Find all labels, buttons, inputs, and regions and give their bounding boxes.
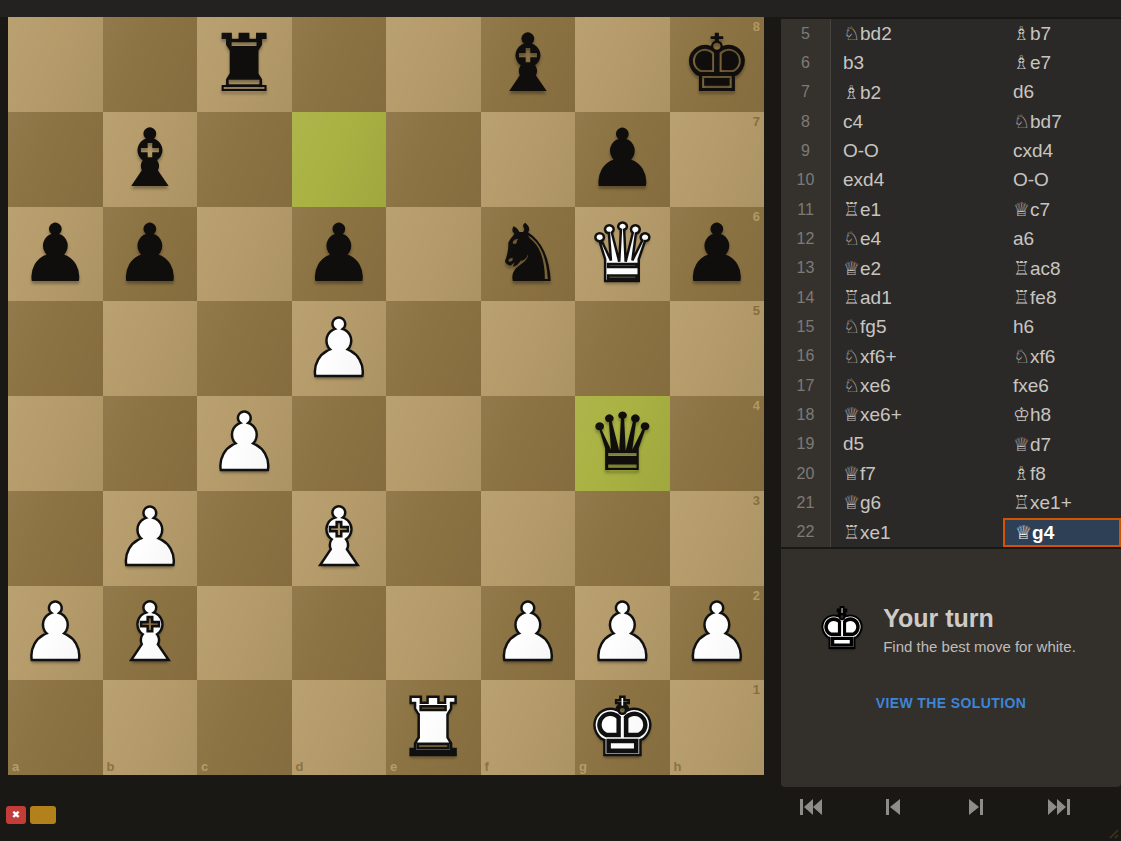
white-pawn-c4[interactable]: ♟ [197,396,292,491]
close-icon: ✖ [12,809,20,820]
your-turn-panel: ♚ Your turn Find the best move for white… [781,549,1121,787]
move-row-9: 9O-Ocxd4 [781,136,1121,165]
square-e8[interactable] [386,17,481,112]
square-f8[interactable]: ♝ [481,17,576,112]
your-turn-text: Your turn Find the best move for white. [883,603,1076,655]
move-row-18: 18♕xe6+♔h8 [781,400,1121,429]
first-move-button[interactable] [794,797,828,817]
move-8-white[interactable]: c4 [831,107,1003,136]
square-e6[interactable] [386,207,481,302]
square-e5[interactable] [386,301,481,396]
white-pawn-h2[interactable]: ♟ [670,586,765,681]
square-a3[interactable] [8,491,103,586]
move-number-10: 10 [781,166,831,195]
square-c3[interactable] [197,491,292,586]
coord-file-f: f [485,759,489,774]
move-row-12: 12♘e4a6 [781,224,1121,253]
square-b2[interactable]: ♝ [103,586,198,681]
your-turn-subtext: Find the best move for white. [883,638,1076,655]
move-row-7: 7♗b2d6 [781,78,1121,107]
move-21-black[interactable]: ♖xe1+ [1003,488,1121,517]
top-bar [0,0,1121,17]
square-c5[interactable] [197,301,292,396]
move-number-15: 15 [781,312,831,341]
square-b5[interactable] [103,301,198,396]
move-row-15: 15♘fg5h6 [781,312,1121,341]
move-9-black[interactable]: cxd4 [1003,136,1121,165]
move-12-black[interactable]: a6 [1003,224,1121,253]
square-g4[interactable]: ♛ [575,396,670,491]
square-d1[interactable]: d [292,680,387,775]
coord-rank-3: 3 [753,493,760,508]
square-c7[interactable] [197,112,292,207]
square-b4[interactable] [103,396,198,491]
your-turn-heading: Your turn [883,603,1076,633]
white-pawn-a2[interactable]: ♟ [8,586,103,681]
black-knight-f6[interactable]: ♞ [481,207,576,302]
move-6-white[interactable]: b3 [831,48,1003,77]
move-number-17: 17 [781,371,831,400]
move-row-17: 17♘xe6fxe6 [781,371,1121,400]
move-19-black[interactable]: ♕d7 [1003,430,1121,459]
coord-file-c: c [201,759,208,774]
square-h1[interactable]: 1h [670,680,765,775]
move-number-21: 21 [781,488,831,517]
move-21-white[interactable]: ♕g6 [831,488,1003,517]
move-12-white[interactable]: ♘e4 [831,224,1003,253]
move-20-white[interactable]: ♕f7 [831,459,1003,488]
square-g2[interactable]: ♟ [575,586,670,681]
white-king-g1[interactable]: ♚ [575,680,670,775]
square-d5[interactable]: ♟ [292,301,387,396]
square-b7[interactable]: ♝ [103,112,198,207]
move-20-black[interactable]: ♗f8 [1003,459,1121,488]
square-g7[interactable]: ♟ [575,112,670,207]
flag-button[interactable] [30,806,56,824]
square-a1[interactable]: a [8,680,103,775]
white-pawn-f2[interactable]: ♟ [481,586,576,681]
move-row-16: 16♘xf6+♘xf6 [781,342,1121,371]
square-h4[interactable]: 4 [670,396,765,491]
move-number-16: 16 [781,342,831,371]
black-pawn-h6[interactable]: ♟ [670,207,765,302]
move-row-19: 19d5♕d7 [781,430,1121,459]
move-22-white[interactable]: ♖xe1 [831,518,1003,547]
square-f7[interactable] [481,112,576,207]
move-10-white[interactable]: exd4 [831,166,1003,195]
move-list: 5♘bd2♗b76b3♗e77♗b2d68c4♘bd79O-Ocxd410exd… [781,19,1121,547]
coord-file-a: a [12,759,19,774]
white-pawn-b3[interactable]: ♟ [103,491,198,586]
white-bishop-b2[interactable]: ♝ [103,586,198,681]
coord-rank-7: 7 [753,114,760,129]
first-move-icon [800,799,822,815]
previous-move-icon [886,799,901,815]
move-number-7: 7 [781,78,831,107]
square-f4[interactable] [481,396,576,491]
move-number-12: 12 [781,224,831,253]
square-f6[interactable]: ♞ [481,207,576,302]
move-15-black[interactable]: h6 [1003,312,1121,341]
move-row-13: 13♕e2♖ac8 [781,254,1121,283]
square-b3[interactable]: ♟ [103,491,198,586]
move-row-10: 10exd4O-O [781,166,1121,195]
black-king-h8[interactable]: ♚ [670,17,765,112]
square-f2[interactable]: ♟ [481,586,576,681]
move-number-19: 19 [781,430,831,459]
square-a4[interactable] [8,396,103,491]
square-f5[interactable] [481,301,576,396]
move-number-14: 14 [781,283,831,312]
move-number-11: 11 [781,195,831,224]
previous-move-button[interactable] [880,797,907,817]
move-7-white[interactable]: ♗b2 [831,78,1003,107]
black-bishop-b7[interactable]: ♝ [103,112,198,207]
white-queen-g6[interactable]: ♛ [575,207,670,302]
board-resize-handle[interactable] [1105,825,1119,839]
move-16-white[interactable]: ♘xf6+ [831,342,1003,371]
square-h7[interactable]: 7 [670,112,765,207]
square-d7[interactable] [292,112,387,207]
move-number-22: 22 [781,518,831,547]
last-move-button[interactable] [1042,797,1076,817]
square-c8[interactable]: ♜ [197,17,292,112]
move-11-black[interactable]: ♕c7 [1003,195,1121,224]
square-e4[interactable] [386,396,481,491]
move-row-14: 14♖ad1♖fe8 [781,283,1121,312]
move-14-black[interactable]: ♖fe8 [1003,283,1121,312]
square-g1[interactable]: ♚g [575,680,670,775]
square-b6[interactable]: ♟ [103,207,198,302]
coord-file-d: d [296,759,304,774]
square-a8[interactable] [8,17,103,112]
move-9-white[interactable]: O-O [831,136,1003,165]
square-e1[interactable]: ♜e [386,680,481,775]
square-e7[interactable] [386,112,481,207]
move-5-white[interactable]: ♘bd2 [831,19,1003,48]
move-number-20: 20 [781,459,831,488]
view-solution-link[interactable]: VIEW THE SOLUTION [781,695,1121,711]
black-pawn-g7[interactable]: ♟ [575,112,670,207]
square-g5[interactable] [575,301,670,396]
move-18-white[interactable]: ♕xe6+ [831,400,1003,429]
square-a2[interactable]: ♟ [8,586,103,681]
black-rook-c8[interactable]: ♜ [197,17,292,112]
square-a7[interactable] [8,112,103,207]
move-15-white[interactable]: ♘fg5 [831,312,1003,341]
square-d8[interactable] [292,17,387,112]
move-19-white[interactable]: d5 [831,430,1003,459]
square-b1[interactable]: b [103,680,198,775]
last-move-icon [1048,799,1070,815]
black-pawn-d6[interactable]: ♟ [292,207,387,302]
move-number-8: 8 [781,107,831,136]
square-g3[interactable] [575,491,670,586]
board: ♜♝♚8♝♟7♟♟♟♞♛♟6♟5♟♛4♟♝3♟♝♟♟♟2abcd♜ef♚g1h [8,17,764,775]
black-queen-g4[interactable]: ♛ [575,396,670,491]
square-d6[interactable]: ♟ [292,207,387,302]
coord-rank-4: 4 [753,398,760,413]
move-16-black[interactable]: ♘xf6 [1003,342,1121,371]
square-c6[interactable] [197,207,292,302]
square-a6[interactable]: ♟ [8,207,103,302]
square-h8[interactable]: ♚8 [670,17,765,112]
move-17-white[interactable]: ♘xe6 [831,371,1003,400]
square-a5[interactable] [8,301,103,396]
move-row-21: 21♕g6♖xe1+ [781,488,1121,517]
square-h5[interactable]: 5 [670,301,765,396]
move-row-8: 8c4♘bd7 [781,107,1121,136]
square-c1[interactable]: c [197,680,292,775]
white-pawn-d5[interactable]: ♟ [292,301,387,396]
square-c2[interactable] [197,586,292,681]
move-5-black[interactable]: ♗b7 [1003,19,1121,48]
square-c4[interactable]: ♟ [197,396,292,491]
move-13-white[interactable]: ♕e2 [831,254,1003,283]
move-row-5: 5♘bd2♗b7 [781,19,1121,48]
move-row-11: 11♖e1♕c7 [781,195,1121,224]
move-row-22: 22♖xe1♕g4 [781,518,1121,547]
next-move-icon [969,799,984,815]
move-number-18: 18 [781,400,831,429]
square-d2[interactable] [292,586,387,681]
move-10-black[interactable]: O-O [1003,166,1121,195]
next-move-button[interactable] [963,797,990,817]
move-13-black[interactable]: ♖ac8 [1003,254,1121,283]
move-17-black[interactable]: fxe6 [1003,371,1121,400]
square-h2[interactable]: ♟2 [670,586,765,681]
white-rook-e1[interactable]: ♜ [386,680,481,775]
coord-rank-5: 5 [753,303,760,318]
square-g6[interactable]: ♛ [575,207,670,302]
square-f1[interactable]: f [481,680,576,775]
move-11-white[interactable]: ♖e1 [831,195,1003,224]
coord-rank-1: 1 [753,682,760,697]
square-h6[interactable]: ♟6 [670,207,765,302]
coord-file-b: b [107,759,115,774]
square-h3[interactable]: 3 [670,491,765,586]
close-button[interactable]: ✖ [6,806,26,824]
move-number-13: 13 [781,254,831,283]
move-number-9: 9 [781,136,831,165]
move-7-black[interactable]: d6 [1003,78,1121,107]
black-pawn-a6[interactable]: ♟ [8,207,103,302]
square-f3[interactable] [481,491,576,586]
move-number-6: 6 [781,48,831,77]
white-bishop-d3[interactable]: ♝ [292,491,387,586]
square-g8[interactable] [575,17,670,112]
move-6-black[interactable]: ♗e7 [1003,48,1121,77]
move-18-black[interactable]: ♔h8 [1003,400,1121,429]
black-bishop-f8[interactable]: ♝ [481,17,576,112]
black-pawn-b6[interactable]: ♟ [103,207,198,302]
white-pawn-g2[interactable]: ♟ [575,586,670,681]
move-8-black[interactable]: ♘bd7 [1003,107,1121,136]
white-king-icon: ♚ [817,601,867,657]
nav-controls [770,792,1100,822]
square-d3[interactable]: ♝ [292,491,387,586]
square-d4[interactable] [292,396,387,491]
your-turn-row: ♚ Your turn Find the best move for white… [781,549,1121,657]
move-row-20: 20♕f7♗f8 [781,459,1121,488]
move-number-5: 5 [781,19,831,48]
move-row-6: 6b3♗e7 [781,48,1121,77]
square-e3[interactable] [386,491,481,586]
square-e2[interactable] [386,586,481,681]
coord-file-h: h [674,759,682,774]
move-14-white[interactable]: ♖ad1 [831,283,1003,312]
move-22-black[interactable]: ♕g4 [1003,518,1121,547]
square-b8[interactable] [103,17,198,112]
